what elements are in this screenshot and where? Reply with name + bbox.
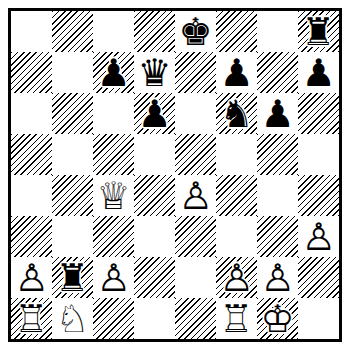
piece-black-pawn: ♟ [257, 93, 298, 134]
piece-glyph: ♙ [216, 257, 257, 298]
square-g5[interactable] [257, 134, 298, 175]
piece-white-pawn: ♟♙ [257, 257, 298, 298]
piece-white-rook: ♜♖ [11, 298, 52, 339]
piece-glyph: ♔ [257, 298, 298, 339]
piece-white-knight: ♞♘ [52, 298, 93, 339]
piece-white-pawn: ♟♙ [175, 175, 216, 216]
piece-white-pawn: ♟♙ [93, 257, 134, 298]
square-f1[interactable]: ♜♖ [216, 298, 257, 339]
board-frame: ♚♜♟♛♟♟♟♞♟♛♕♟♙♟♙♟♙♜♟♙♟♙♟♙♜♖♞♘♜♖♚♔ [8, 8, 342, 342]
piece-glyph: ♖ [11, 298, 52, 339]
square-d8[interactable] [134, 11, 175, 52]
square-a7[interactable] [11, 52, 52, 93]
chess-board: ♚♜♟♛♟♟♟♞♟♛♕♟♙♟♙♟♙♜♟♙♟♙♟♙♜♖♞♘♜♖♚♔ [11, 11, 339, 339]
square-a8[interactable] [11, 11, 52, 52]
square-e7[interactable] [175, 52, 216, 93]
square-g3[interactable] [257, 216, 298, 257]
piece-black-rook: ♜ [52, 257, 93, 298]
piece-glyph: ♞ [216, 93, 257, 134]
square-f4[interactable] [216, 175, 257, 216]
piece-glyph: ♜ [52, 257, 93, 298]
square-c2[interactable]: ♟♙ [93, 257, 134, 298]
piece-white-pawn: ♟♙ [216, 257, 257, 298]
piece-glyph: ♟ [216, 52, 257, 93]
square-e3[interactable] [175, 216, 216, 257]
square-d4[interactable] [134, 175, 175, 216]
piece-black-pawn: ♟ [298, 52, 339, 93]
square-g2[interactable]: ♟♙ [257, 257, 298, 298]
square-a2[interactable]: ♟♙ [11, 257, 52, 298]
square-f7[interactable]: ♟ [216, 52, 257, 93]
square-c1[interactable] [93, 298, 134, 339]
square-h7[interactable]: ♟ [298, 52, 339, 93]
piece-white-pawn: ♟♙ [11, 257, 52, 298]
square-a1[interactable]: ♜♖ [11, 298, 52, 339]
piece-glyph: ♖ [216, 298, 257, 339]
square-c6[interactable] [93, 93, 134, 134]
square-f2[interactable]: ♟♙ [216, 257, 257, 298]
square-f3[interactable] [216, 216, 257, 257]
square-f6[interactable]: ♞ [216, 93, 257, 134]
square-e1[interactable] [175, 298, 216, 339]
square-d1[interactable] [134, 298, 175, 339]
square-c7[interactable]: ♟ [93, 52, 134, 93]
square-g7[interactable] [257, 52, 298, 93]
square-f5[interactable] [216, 134, 257, 175]
square-h6[interactable] [298, 93, 339, 134]
square-c3[interactable] [93, 216, 134, 257]
piece-glyph: ♟ [257, 93, 298, 134]
square-g1[interactable]: ♚♔ [257, 298, 298, 339]
square-e4[interactable]: ♟♙ [175, 175, 216, 216]
piece-glyph: ♟ [298, 52, 339, 93]
square-h8[interactable]: ♜ [298, 11, 339, 52]
square-f8[interactable] [216, 11, 257, 52]
piece-glyph: ♙ [11, 257, 52, 298]
square-b2[interactable]: ♜ [52, 257, 93, 298]
piece-glyph: ♙ [175, 175, 216, 216]
piece-black-knight: ♞ [216, 93, 257, 134]
piece-white-king: ♚♔ [257, 298, 298, 339]
square-d3[interactable] [134, 216, 175, 257]
square-d6[interactable]: ♟ [134, 93, 175, 134]
piece-glyph: ♙ [257, 257, 298, 298]
square-e5[interactable] [175, 134, 216, 175]
square-a3[interactable] [11, 216, 52, 257]
piece-glyph: ♕ [93, 175, 134, 216]
square-d2[interactable] [134, 257, 175, 298]
square-c4[interactable]: ♛♕ [93, 175, 134, 216]
piece-glyph: ♜ [298, 11, 339, 52]
piece-black-king: ♚ [175, 11, 216, 52]
square-h2[interactable] [298, 257, 339, 298]
piece-white-queen: ♛♕ [93, 175, 134, 216]
square-e8[interactable]: ♚ [175, 11, 216, 52]
square-e2[interactable] [175, 257, 216, 298]
square-h4[interactable] [298, 175, 339, 216]
square-g8[interactable] [257, 11, 298, 52]
piece-glyph: ♟ [93, 52, 134, 93]
square-a6[interactable] [11, 93, 52, 134]
piece-black-rook: ♜ [298, 11, 339, 52]
piece-glyph: ♙ [93, 257, 134, 298]
square-b4[interactable] [52, 175, 93, 216]
piece-glyph: ♟ [134, 93, 175, 134]
square-a5[interactable] [11, 134, 52, 175]
square-c8[interactable] [93, 11, 134, 52]
square-d7[interactable]: ♛ [134, 52, 175, 93]
square-b8[interactable] [52, 11, 93, 52]
square-b3[interactable] [52, 216, 93, 257]
square-b1[interactable]: ♞♘ [52, 298, 93, 339]
square-d5[interactable] [134, 134, 175, 175]
piece-black-pawn: ♟ [216, 52, 257, 93]
piece-black-pawn: ♟ [134, 93, 175, 134]
piece-black-queen: ♛ [134, 52, 175, 93]
square-h1[interactable] [298, 298, 339, 339]
square-b6[interactable] [52, 93, 93, 134]
piece-glyph: ♛ [134, 52, 175, 93]
square-g6[interactable]: ♟ [257, 93, 298, 134]
square-b7[interactable] [52, 52, 93, 93]
square-c5[interactable] [93, 134, 134, 175]
square-b5[interactable] [52, 134, 93, 175]
square-a4[interactable] [11, 175, 52, 216]
piece-glyph: ♚ [175, 11, 216, 52]
square-g4[interactable] [257, 175, 298, 216]
piece-glyph: ♘ [52, 298, 93, 339]
piece-black-pawn: ♟ [93, 52, 134, 93]
piece-glyph: ♙ [298, 216, 339, 257]
square-h5[interactable] [298, 134, 339, 175]
piece-white-pawn: ♟♙ [298, 216, 339, 257]
piece-white-rook: ♜♖ [216, 298, 257, 339]
square-e6[interactable] [175, 93, 216, 134]
square-h3[interactable]: ♟♙ [298, 216, 339, 257]
